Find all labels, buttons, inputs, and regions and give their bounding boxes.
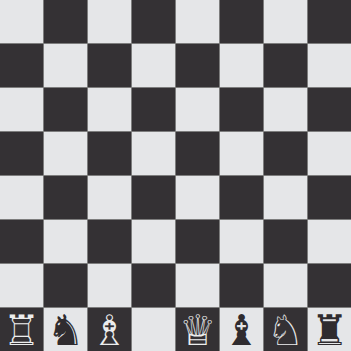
square-h8[interactable]: [308, 0, 351, 43]
square-b8[interactable]: [44, 0, 87, 43]
square-c1[interactable]: ♗: [88, 308, 131, 351]
square-d2[interactable]: [132, 264, 175, 307]
square-b4[interactable]: [44, 176, 87, 219]
square-f5[interactable]: [220, 132, 263, 175]
piece-knight: ♞: [47, 310, 85, 351]
square-c7[interactable]: [88, 44, 131, 87]
square-e2[interactable]: [176, 264, 219, 307]
square-g3[interactable]: [264, 220, 307, 263]
piece-rook: ♜: [311, 310, 349, 351]
square-b2[interactable]: [44, 264, 87, 307]
square-g2[interactable]: [264, 264, 307, 307]
square-e4[interactable]: [176, 176, 219, 219]
square-h4[interactable]: [308, 176, 351, 219]
square-h2[interactable]: [308, 264, 351, 307]
square-e8[interactable]: [176, 0, 219, 43]
square-c2[interactable]: [88, 264, 131, 307]
square-h6[interactable]: [308, 88, 351, 131]
square-c4[interactable]: [88, 176, 131, 219]
square-b3[interactable]: [44, 220, 87, 263]
square-h3[interactable]: [308, 220, 351, 263]
square-f7[interactable]: [220, 44, 263, 87]
square-d4[interactable]: [132, 176, 175, 219]
chess-board: ♖♞♗♕♝♘♜: [0, 0, 351, 351]
square-a2[interactable]: [0, 264, 43, 307]
square-f1[interactable]: ♝: [220, 308, 263, 351]
square-a3[interactable]: [0, 220, 43, 263]
square-d8[interactable]: [132, 0, 175, 43]
square-f2[interactable]: [220, 264, 263, 307]
square-c8[interactable]: [88, 0, 131, 43]
square-b6[interactable]: [44, 88, 87, 131]
square-a6[interactable]: [0, 88, 43, 131]
square-a1[interactable]: ♖: [0, 308, 43, 351]
piece-bishop: ♝: [223, 310, 261, 351]
square-c6[interactable]: [88, 88, 131, 131]
square-e7[interactable]: [176, 44, 219, 87]
square-h7[interactable]: [308, 44, 351, 87]
square-f8[interactable]: [220, 0, 263, 43]
square-a8[interactable]: [0, 0, 43, 43]
square-c3[interactable]: [88, 220, 131, 263]
square-g1[interactable]: ♘: [264, 308, 307, 351]
square-g5[interactable]: [264, 132, 307, 175]
square-e6[interactable]: [176, 88, 219, 131]
square-e3[interactable]: [176, 220, 219, 263]
piece-knight: ♘: [267, 310, 305, 351]
piece-queen: ♕: [179, 310, 217, 351]
square-g6[interactable]: [264, 88, 307, 131]
square-f6[interactable]: [220, 88, 263, 131]
square-e1[interactable]: ♕: [176, 308, 219, 351]
square-d6[interactable]: [132, 88, 175, 131]
square-d1[interactable]: [132, 308, 175, 351]
piece-rook: ♖: [3, 310, 41, 351]
square-b5[interactable]: [44, 132, 87, 175]
square-a4[interactable]: [0, 176, 43, 219]
square-d3[interactable]: [132, 220, 175, 263]
square-f4[interactable]: [220, 176, 263, 219]
square-c5[interactable]: [88, 132, 131, 175]
square-d7[interactable]: [132, 44, 175, 87]
square-a7[interactable]: [0, 44, 43, 87]
square-b1[interactable]: ♞: [44, 308, 87, 351]
square-g4[interactable]: [264, 176, 307, 219]
square-g8[interactable]: [264, 0, 307, 43]
piece-bishop: ♗: [91, 310, 129, 351]
square-f3[interactable]: [220, 220, 263, 263]
square-h1[interactable]: ♜: [308, 308, 351, 351]
square-g7[interactable]: [264, 44, 307, 87]
square-d5[interactable]: [132, 132, 175, 175]
square-b7[interactable]: [44, 44, 87, 87]
square-e5[interactable]: [176, 132, 219, 175]
square-h5[interactable]: [308, 132, 351, 175]
square-a5[interactable]: [0, 132, 43, 175]
